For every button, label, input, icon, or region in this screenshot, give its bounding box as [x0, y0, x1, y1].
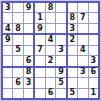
cell-r2c9[interactable]	[89, 13, 98, 22]
cell-r6c6[interactable]	[56, 56, 65, 65]
cell-r1c7[interactable]	[68, 3, 77, 12]
cell-r1c8[interactable]	[78, 3, 87, 12]
sudoku-box-5: 4732	[35, 35, 65, 65]
sudoku-box-2: 819	[35, 3, 65, 33]
cell-r5c9[interactable]	[89, 46, 98, 55]
cell-r1c3: 9	[24, 3, 33, 12]
cell-r4c3[interactable]	[24, 35, 33, 44]
cell-r5c4: 7	[35, 46, 44, 55]
cell-r5c7[interactable]	[68, 46, 77, 55]
cell-r4c8[interactable]	[78, 35, 87, 44]
cell-r8c1[interactable]	[3, 78, 12, 87]
cell-r2c5[interactable]	[46, 13, 55, 22]
cell-r7c7[interactable]	[68, 68, 77, 77]
cell-r3c1: 4	[3, 24, 12, 33]
cell-r7c4[interactable]	[35, 68, 44, 77]
cell-r3c3[interactable]	[24, 24, 33, 33]
cell-r4c6[interactable]	[56, 35, 65, 44]
cell-r3c6[interactable]	[56, 24, 65, 33]
cell-r1c1: 3	[3, 3, 12, 12]
cell-r5c5[interactable]	[46, 46, 55, 55]
cell-r2c8: 7	[78, 13, 87, 22]
cell-r9c8[interactable]	[78, 89, 87, 98]
cell-r2c1[interactable]	[3, 13, 12, 22]
cell-r7c1[interactable]	[3, 68, 12, 77]
cell-r3c7: 3	[68, 24, 77, 33]
sudoku-box-7: 863	[3, 68, 33, 98]
cell-r2c6[interactable]	[56, 13, 65, 22]
cell-r4c1: 9	[3, 35, 12, 44]
cell-r8c8[interactable]	[78, 78, 87, 87]
cell-r4c5: 4	[46, 35, 55, 44]
cell-r7c3: 8	[24, 68, 33, 77]
cell-r9c6[interactable]	[56, 89, 65, 98]
cell-r6c4[interactable]	[35, 56, 44, 65]
cell-r8c3: 3	[24, 78, 33, 87]
cell-r8c2: 6	[13, 78, 22, 87]
cell-r4c9[interactable]	[89, 35, 98, 44]
sudoku-box-6: 243	[68, 35, 98, 65]
cell-r6c1[interactable]	[3, 56, 12, 65]
cell-r8c6: 5	[56, 78, 65, 87]
cell-r6c2[interactable]	[13, 56, 22, 65]
cell-r2c3[interactable]	[24, 13, 33, 22]
cell-r6c7[interactable]	[68, 56, 77, 65]
cell-r6c3: 6	[24, 56, 33, 65]
cell-r4c7: 2	[68, 35, 77, 44]
cell-r9c2[interactable]	[13, 89, 22, 98]
cell-r9c3[interactable]	[24, 89, 33, 98]
cell-r7c6: 9	[56, 68, 65, 77]
sudoku-frame: 394881987395647322438639563651	[0, 0, 101, 101]
cell-r7c2[interactable]	[13, 68, 22, 77]
cell-r8c5[interactable]	[46, 78, 55, 87]
cell-r5c3[interactable]	[24, 46, 33, 55]
sudoku-box-8: 956	[35, 68, 65, 98]
cell-r9c1[interactable]	[3, 89, 12, 98]
cell-r1c9[interactable]	[89, 3, 98, 12]
cell-r3c5[interactable]	[46, 24, 55, 33]
cell-r9c7: 5	[68, 89, 77, 98]
cell-r4c4[interactable]	[35, 35, 44, 44]
cell-r5c8: 4	[78, 46, 87, 55]
cell-r5c6: 3	[56, 46, 65, 55]
cell-r3c4: 9	[35, 24, 44, 33]
cell-r4c2[interactable]	[13, 35, 22, 44]
cell-r6c9: 3	[89, 56, 98, 65]
sudoku-board: 394881987395647322438639563651	[1, 1, 100, 100]
cell-r8c9[interactable]	[89, 78, 98, 87]
cell-r9c4[interactable]	[35, 89, 44, 98]
cell-r2c2[interactable]	[13, 13, 22, 22]
cell-r5c2: 5	[13, 46, 22, 55]
cell-r5c1[interactable]	[3, 46, 12, 55]
cell-r3c2: 8	[13, 24, 22, 33]
cell-r1c5: 8	[46, 3, 55, 12]
cell-r8c4[interactable]	[35, 78, 44, 87]
sudoku-box-9: 3651	[68, 68, 98, 98]
cell-r1c4[interactable]	[35, 3, 44, 12]
cell-r7c5[interactable]	[46, 68, 55, 77]
cell-r1c2[interactable]	[13, 3, 22, 12]
cell-r9c5: 6	[46, 89, 55, 98]
cell-r3c8[interactable]	[78, 24, 87, 33]
sudoku-box-3: 873	[68, 3, 98, 33]
cell-r2c7: 8	[68, 13, 77, 22]
cell-r3c9[interactable]	[89, 24, 98, 33]
sudoku-box-1: 3948	[3, 3, 33, 33]
cell-r8c7[interactable]	[68, 78, 77, 87]
cell-r2c4: 1	[35, 13, 44, 22]
cell-r1c6[interactable]	[56, 3, 65, 12]
cell-r6c5: 2	[46, 56, 55, 65]
cell-r7c9: 6	[89, 68, 98, 77]
cell-r9c9: 1	[89, 89, 98, 98]
cell-r6c8[interactable]	[78, 56, 87, 65]
sudoku-box-4: 956	[3, 35, 33, 65]
cell-r7c8: 3	[78, 68, 87, 77]
